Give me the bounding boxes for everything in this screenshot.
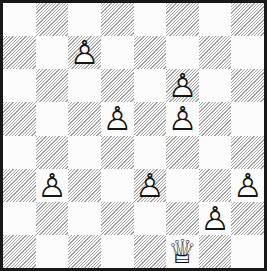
white-pawn: ♟♙	[231, 169, 264, 202]
square-c6[interactable]	[68, 69, 101, 102]
square-h1[interactable]	[231, 235, 264, 268]
square-a6[interactable]	[3, 69, 36, 102]
white-pawn-icon: ♙	[102, 102, 132, 135]
white-pawn-icon: ♙	[37, 169, 67, 202]
chess-diagram: ♟♙♟♙♟♙♟♙♟♙♟♙♟♙♟♙♛♕	[0, 0, 267, 271]
square-e3[interactable]: ♟♙	[134, 169, 167, 202]
square-a7[interactable]	[3, 36, 36, 69]
white-pawn: ♟♙	[134, 169, 167, 202]
square-c5[interactable]	[68, 102, 101, 135]
square-a3[interactable]	[3, 169, 36, 202]
white-pawn-icon: ♙	[233, 169, 263, 202]
square-f4[interactable]	[166, 136, 199, 169]
square-c7[interactable]: ♟♙	[68, 36, 101, 69]
white-pawn: ♟♙	[36, 169, 69, 202]
square-e8[interactable]	[134, 3, 167, 36]
square-b6[interactable]	[36, 69, 69, 102]
square-a5[interactable]	[3, 102, 36, 135]
square-g5[interactable]	[199, 102, 232, 135]
square-e5[interactable]	[134, 102, 167, 135]
square-c2[interactable]	[68, 202, 101, 235]
square-f2[interactable]	[166, 202, 199, 235]
square-d6[interactable]	[101, 69, 134, 102]
square-e1[interactable]	[134, 235, 167, 268]
square-g8[interactable]	[199, 3, 232, 36]
square-e4[interactable]	[134, 136, 167, 169]
square-e6[interactable]	[134, 69, 167, 102]
square-a8[interactable]	[3, 3, 36, 36]
square-h5[interactable]	[231, 102, 264, 135]
square-a1[interactable]	[3, 235, 36, 268]
square-b8[interactable]	[36, 3, 69, 36]
square-h6[interactable]	[231, 69, 264, 102]
square-d3[interactable]	[101, 169, 134, 202]
square-f3[interactable]	[166, 169, 199, 202]
square-g3[interactable]	[199, 169, 232, 202]
square-d2[interactable]	[101, 202, 134, 235]
square-c1[interactable]	[68, 235, 101, 268]
white-queen-icon: ♕	[168, 235, 198, 268]
square-g1[interactable]	[199, 235, 232, 268]
square-b2[interactable]	[36, 202, 69, 235]
square-d1[interactable]	[101, 235, 134, 268]
square-h8[interactable]	[231, 3, 264, 36]
square-b4[interactable]	[36, 136, 69, 169]
white-pawn: ♟♙	[166, 102, 199, 135]
white-pawn-icon: ♙	[200, 202, 230, 235]
white-pawn: ♟♙	[199, 202, 232, 235]
square-c3[interactable]	[68, 169, 101, 202]
square-f1[interactable]: ♛♕	[166, 235, 199, 268]
square-c8[interactable]	[68, 3, 101, 36]
square-g7[interactable]	[199, 36, 232, 69]
square-b3[interactable]: ♟♙	[36, 169, 69, 202]
white-queen: ♛♕	[166, 235, 199, 268]
square-d4[interactable]	[101, 136, 134, 169]
square-f8[interactable]	[166, 3, 199, 36]
square-a4[interactable]	[3, 136, 36, 169]
white-pawn-icon: ♙	[70, 36, 100, 69]
square-h4[interactable]	[231, 136, 264, 169]
square-d7[interactable]	[101, 36, 134, 69]
square-h2[interactable]	[231, 202, 264, 235]
square-d5[interactable]: ♟♙	[101, 102, 134, 135]
square-f5[interactable]: ♟♙	[166, 102, 199, 135]
square-g4[interactable]	[199, 136, 232, 169]
white-pawn: ♟♙	[101, 102, 134, 135]
square-g6[interactable]	[199, 69, 232, 102]
white-pawn-icon: ♙	[168, 102, 198, 135]
square-h7[interactable]	[231, 36, 264, 69]
chess-board: ♟♙♟♙♟♙♟♙♟♙♟♙♟♙♟♙♛♕	[0, 0, 267, 271]
square-b1[interactable]	[36, 235, 69, 268]
square-b7[interactable]	[36, 36, 69, 69]
square-f7[interactable]	[166, 36, 199, 69]
square-d8[interactable]	[101, 3, 134, 36]
white-pawn: ♟♙	[166, 69, 199, 102]
white-pawn: ♟♙	[68, 36, 101, 69]
square-h3[interactable]: ♟♙	[231, 169, 264, 202]
white-pawn-icon: ♙	[168, 69, 198, 102]
square-f6[interactable]: ♟♙	[166, 69, 199, 102]
square-g2[interactable]: ♟♙	[199, 202, 232, 235]
white-pawn-icon: ♙	[135, 169, 165, 202]
square-e2[interactable]	[134, 202, 167, 235]
square-e7[interactable]	[134, 36, 167, 69]
square-b5[interactable]	[36, 102, 69, 135]
square-a2[interactable]	[3, 202, 36, 235]
square-c4[interactable]	[68, 136, 101, 169]
